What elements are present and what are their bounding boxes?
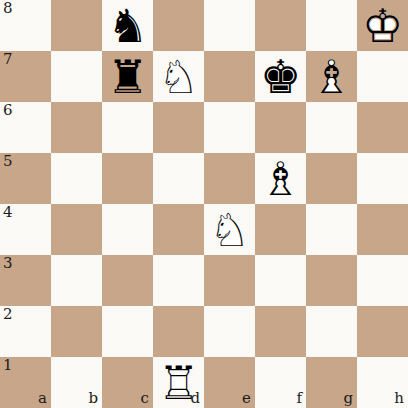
square-g3[interactable] [306,255,357,306]
file-label-h: h [394,391,404,406]
square-a5[interactable]: 5 [0,153,51,204]
piece-white-king[interactable]: ♚♔ [357,0,408,51]
square-e1[interactable]: e [204,357,255,408]
square-d6[interactable] [153,102,204,153]
square-a1[interactable]: 1a [0,357,51,408]
square-c1[interactable]: c [102,357,153,408]
square-h4[interactable] [357,204,408,255]
piece-black-king[interactable]: ♚ [255,51,306,102]
square-c8[interactable]: ♞ [102,0,153,51]
square-h7[interactable] [357,51,408,102]
square-g1[interactable]: g [306,357,357,408]
rank-label-5: 5 [3,154,13,169]
black-knight-glyph: ♞ [102,0,153,51]
square-f8[interactable] [255,0,306,51]
file-label-b: b [88,391,98,406]
square-e6[interactable] [204,102,255,153]
square-b8[interactable] [51,0,102,51]
file-label-e: e [242,391,251,406]
white-bishop-outline: ♗ [306,51,357,102]
square-a8[interactable]: 8 [0,0,51,51]
square-h3[interactable] [357,255,408,306]
piece-white-rook[interactable]: ♜♖ [153,357,204,408]
black-king-glyph: ♚ [255,51,306,102]
square-f3[interactable] [255,255,306,306]
square-a6[interactable]: 6 [0,102,51,153]
square-d7[interactable]: ♞♘ [153,51,204,102]
rank-label-7: 7 [3,52,13,67]
square-f7[interactable]: ♚ [255,51,306,102]
square-a4[interactable]: 4 [0,204,51,255]
square-d2[interactable] [153,306,204,357]
square-b2[interactable] [51,306,102,357]
rank-label-4: 4 [3,205,13,220]
chess-board: 8♞♚♔7♜♞♘♚♝♗65♝♗4♞♘321abcd♜♖efgh [0,0,408,408]
square-f6[interactable] [255,102,306,153]
square-h5[interactable] [357,153,408,204]
square-a7[interactable]: 7 [0,51,51,102]
square-h8[interactable]: ♚♔ [357,0,408,51]
square-h2[interactable] [357,306,408,357]
square-b6[interactable] [51,102,102,153]
square-c2[interactable] [102,306,153,357]
piece-white-knight[interactable]: ♞♘ [204,204,255,255]
square-b5[interactable] [51,153,102,204]
piece-white-bishop[interactable]: ♝♗ [306,51,357,102]
white-knight-outline: ♘ [204,204,255,255]
file-label-a: a [38,391,47,406]
square-b4[interactable] [51,204,102,255]
square-f5[interactable]: ♝♗ [255,153,306,204]
square-d4[interactable] [153,204,204,255]
file-label-c: c [141,391,149,406]
square-b7[interactable] [51,51,102,102]
square-d1[interactable]: d♜♖ [153,357,204,408]
piece-white-bishop[interactable]: ♝♗ [255,153,306,204]
square-e2[interactable] [204,306,255,357]
square-c4[interactable] [102,204,153,255]
square-g6[interactable] [306,102,357,153]
square-c3[interactable] [102,255,153,306]
square-e7[interactable] [204,51,255,102]
square-g4[interactable] [306,204,357,255]
square-g7[interactable]: ♝♗ [306,51,357,102]
square-f4[interactable] [255,204,306,255]
square-c6[interactable] [102,102,153,153]
file-label-f: f [296,391,302,406]
square-h6[interactable] [357,102,408,153]
square-e4[interactable]: ♞♘ [204,204,255,255]
square-f2[interactable] [255,306,306,357]
rank-label-8: 8 [3,1,13,16]
white-king-outline: ♔ [357,0,408,51]
square-g2[interactable] [306,306,357,357]
black-rook-glyph: ♜ [102,51,153,102]
file-label-g: g [343,391,353,406]
white-bishop-outline: ♗ [255,153,306,204]
white-knight-outline: ♘ [153,51,204,102]
piece-black-knight[interactable]: ♞ [102,0,153,51]
rank-label-1: 1 [3,358,13,373]
square-e8[interactable] [204,0,255,51]
square-a2[interactable]: 2 [0,306,51,357]
square-c5[interactable] [102,153,153,204]
square-g8[interactable] [306,0,357,51]
square-h1[interactable]: h [357,357,408,408]
rank-label-3: 3 [3,256,13,271]
square-b1[interactable]: b [51,357,102,408]
rank-label-2: 2 [3,307,13,322]
rank-label-6: 6 [3,103,13,118]
square-d8[interactable] [153,0,204,51]
square-d3[interactable] [153,255,204,306]
square-c7[interactable]: ♜ [102,51,153,102]
square-f1[interactable]: f [255,357,306,408]
square-e5[interactable] [204,153,255,204]
piece-black-rook[interactable]: ♜ [102,51,153,102]
square-d5[interactable] [153,153,204,204]
square-g5[interactable] [306,153,357,204]
piece-white-knight[interactable]: ♞♘ [153,51,204,102]
square-a3[interactable]: 3 [0,255,51,306]
square-b3[interactable] [51,255,102,306]
white-rook-outline: ♖ [153,357,204,408]
square-e3[interactable] [204,255,255,306]
